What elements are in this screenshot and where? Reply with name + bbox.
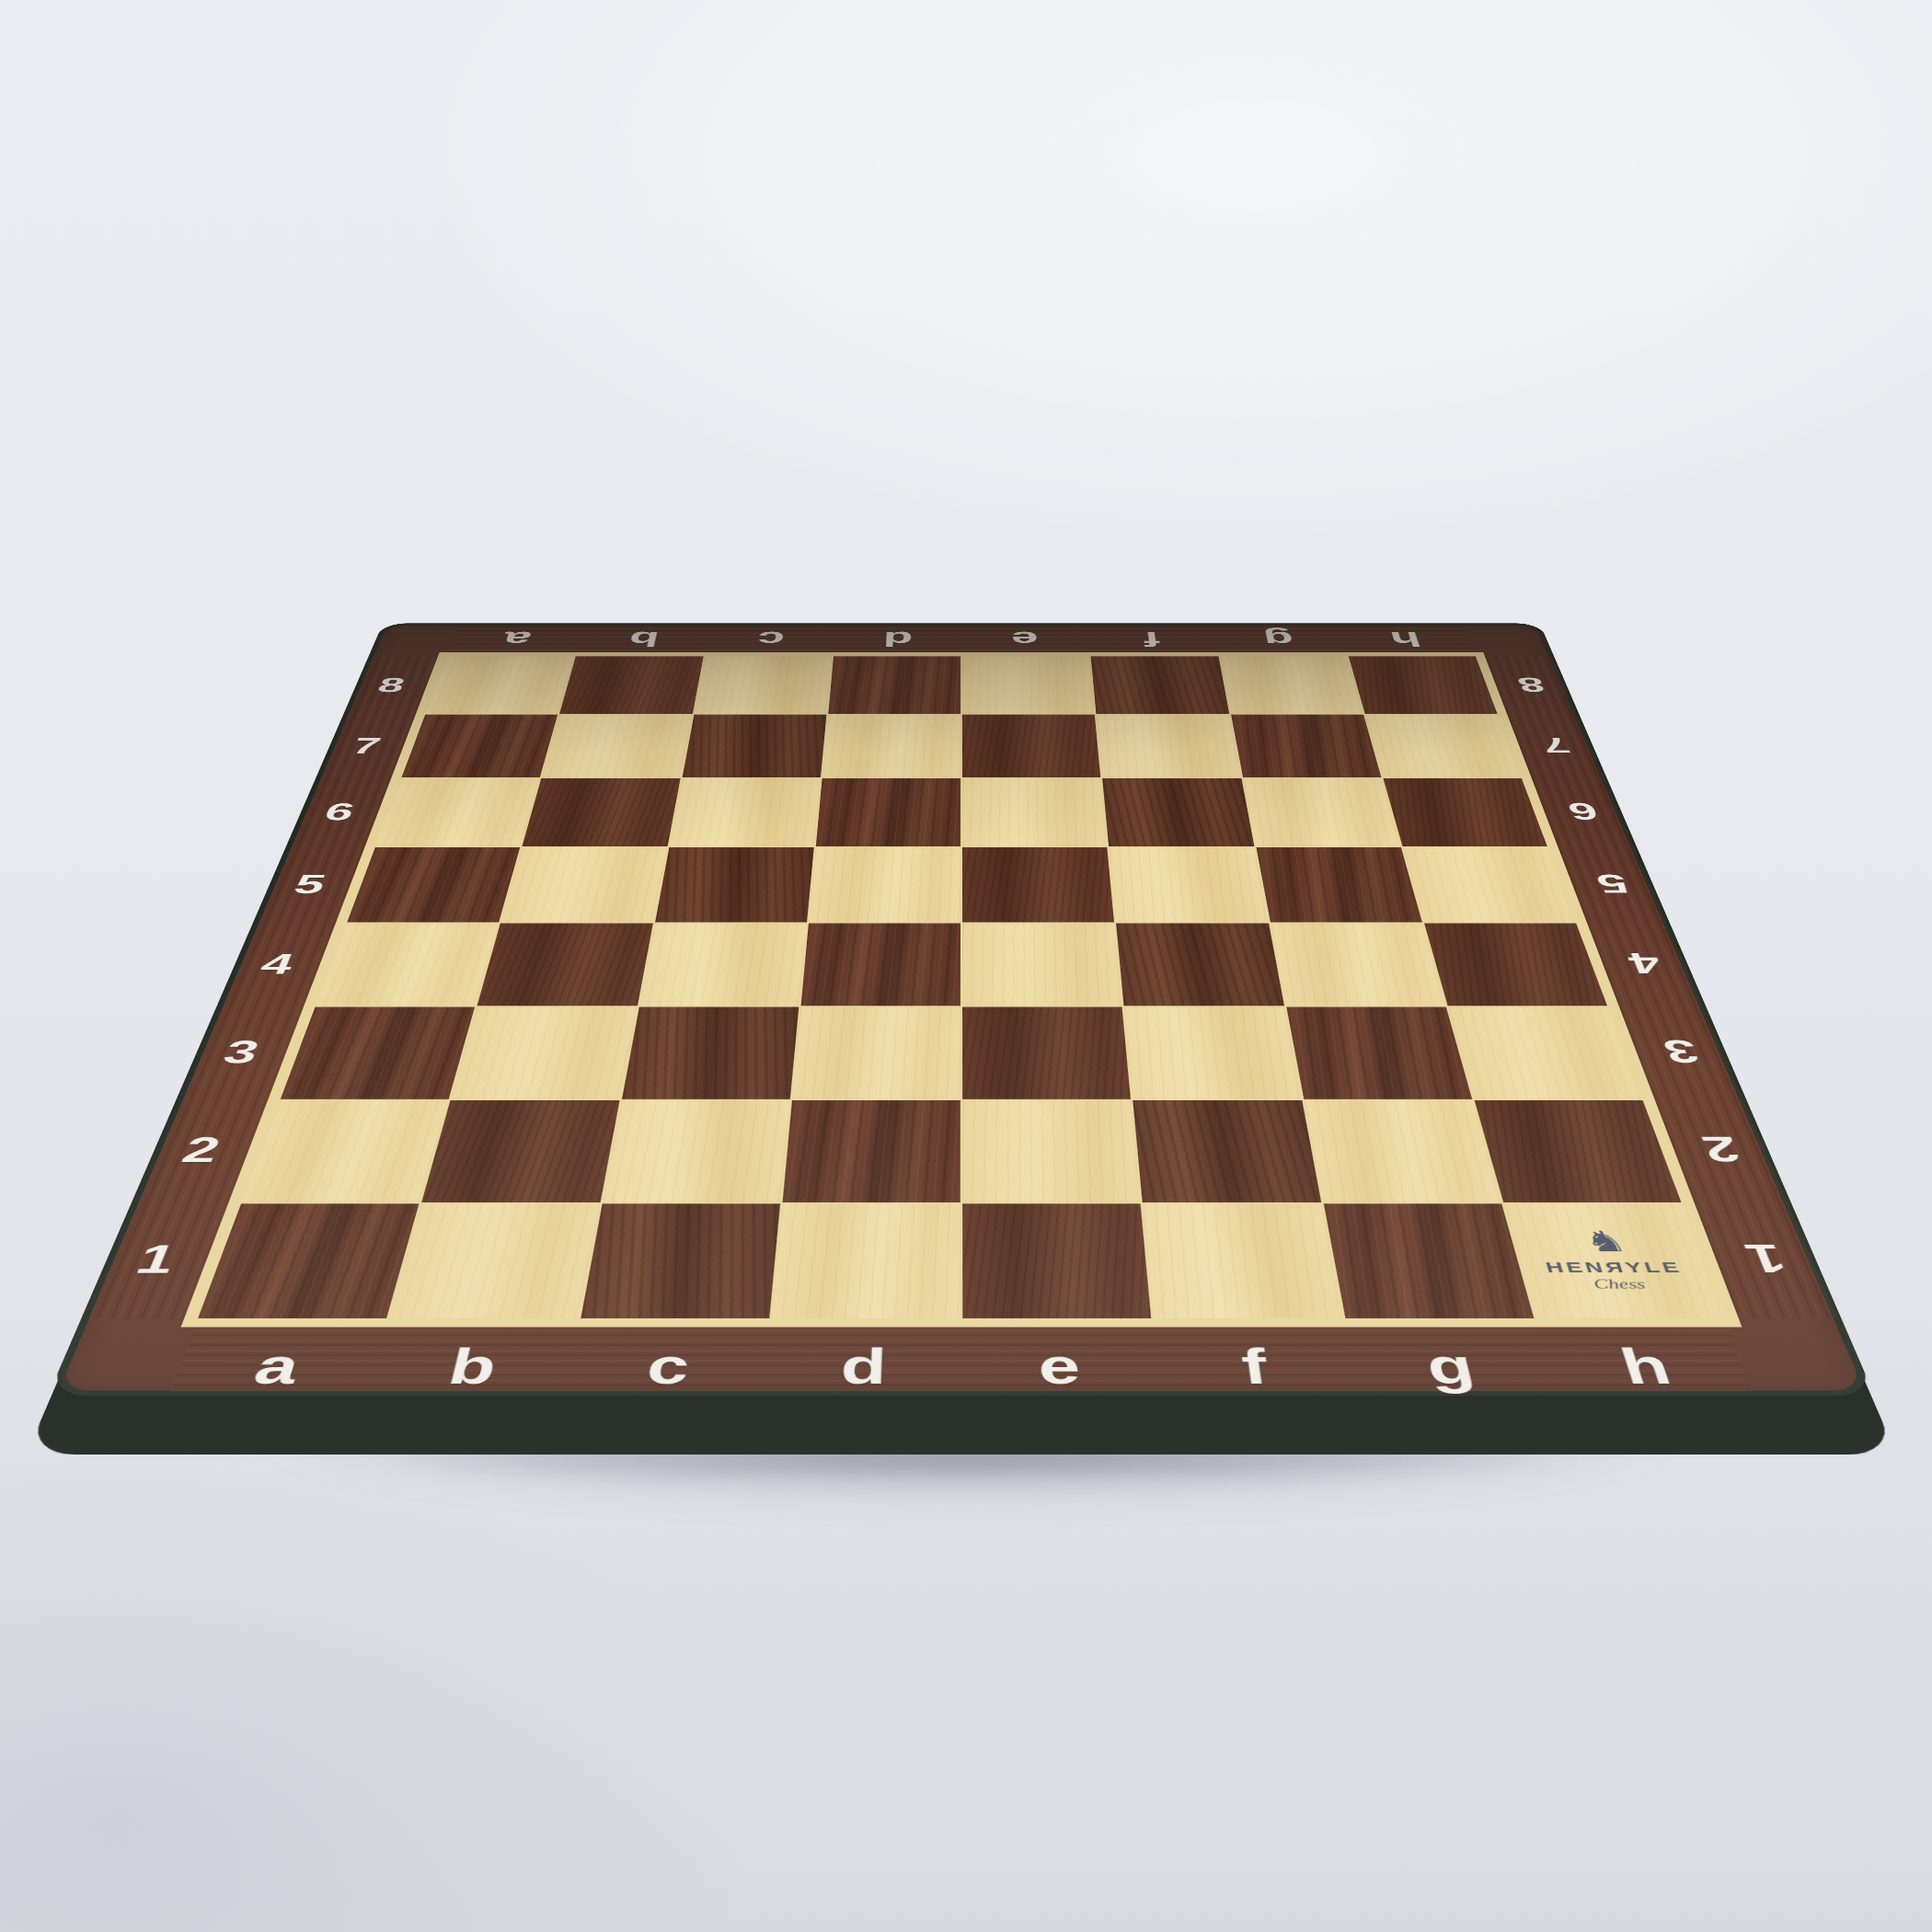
square-f4 xyxy=(1116,924,1283,1006)
square-h2 xyxy=(1474,1100,1681,1202)
file-label-bottom-g: g xyxy=(1345,1328,1557,1397)
square-b8 xyxy=(559,656,703,713)
square-c1 xyxy=(581,1203,780,1318)
square-c7 xyxy=(682,715,826,777)
file-label-bottom-c: c xyxy=(565,1328,769,1397)
square-a2 xyxy=(242,1100,449,1202)
square-f2 xyxy=(1133,1100,1321,1202)
square-b3 xyxy=(451,1007,637,1099)
square-c2 xyxy=(602,1100,789,1202)
rank-label-right-4: 4 xyxy=(1587,923,1706,1006)
square-c4 xyxy=(638,924,806,1006)
file-label-bottom-d: d xyxy=(764,1328,961,1397)
square-a1 xyxy=(198,1203,420,1318)
square-h5 xyxy=(1402,847,1575,923)
file-label-top-h: h xyxy=(1338,623,1474,652)
chess-board: abcdefgh abcdefgh 87654321 87654321 ♞ HE… xyxy=(48,623,1876,1396)
square-h7 xyxy=(1365,715,1522,777)
square-h6 xyxy=(1383,778,1547,846)
square-e1 xyxy=(962,1203,1151,1318)
square-d4 xyxy=(800,924,960,1006)
brand-subtitle: Chess xyxy=(1592,1276,1648,1292)
rank-label-right-1: 1 xyxy=(1694,1202,1841,1318)
square-c6 xyxy=(669,778,821,846)
square-f6 xyxy=(1102,778,1254,846)
rank-label-left-2: 2 xyxy=(132,1099,268,1202)
square-e8 xyxy=(962,656,1095,713)
square-g7 xyxy=(1231,715,1381,777)
square-a6 xyxy=(375,778,540,846)
square-c3 xyxy=(622,1007,799,1099)
square-d6 xyxy=(816,778,961,846)
brand-name: HENЯYLE xyxy=(1544,1259,1685,1275)
board-face: abcdefgh abcdefgh 87654321 87654321 ♞ HE… xyxy=(48,623,1876,1396)
square-b4 xyxy=(477,924,653,1006)
file-label-bottom-a: a xyxy=(168,1328,386,1397)
file-label-top-a: a xyxy=(449,623,585,652)
square-f8 xyxy=(1091,656,1229,713)
square-g2 xyxy=(1304,1100,1501,1202)
square-f7 xyxy=(1097,715,1241,777)
square-h4 xyxy=(1424,924,1607,1006)
file-labels-bottom: abcdefgh xyxy=(168,1328,1754,1397)
square-g5 xyxy=(1256,847,1422,923)
square-g1 xyxy=(1323,1203,1534,1318)
square-a3 xyxy=(281,1007,475,1099)
rank-label-left-1: 1 xyxy=(81,1202,228,1318)
playing-field xyxy=(181,652,1742,1327)
file-label-top-e: e xyxy=(961,623,1089,652)
square-a7 xyxy=(402,715,558,777)
square-e5 xyxy=(962,847,1114,923)
rank-labels-left: 87654321 xyxy=(81,656,438,1317)
square-e7 xyxy=(962,715,1101,777)
square-g8 xyxy=(1220,656,1363,713)
square-d2 xyxy=(782,1100,960,1202)
square-f1 xyxy=(1143,1203,1342,1318)
square-h8 xyxy=(1349,656,1498,713)
square-g6 xyxy=(1243,778,1401,846)
scene: abcdefgh abcdefgh 87654321 87654321 ♞ HE… xyxy=(0,0,1932,1932)
square-d1 xyxy=(771,1203,960,1318)
square-b2 xyxy=(422,1100,620,1202)
brand-logo: ♞ HENЯYLE Chess xyxy=(1504,1203,1725,1317)
square-g3 xyxy=(1286,1007,1472,1099)
square-a8 xyxy=(425,656,574,713)
square-f3 xyxy=(1124,1007,1302,1099)
file-label-bottom-e: e xyxy=(961,1328,1159,1397)
rank-label-left-4: 4 xyxy=(217,923,336,1006)
square-d5 xyxy=(809,847,960,923)
square-h3 xyxy=(1448,1007,1642,1099)
file-label-bottom-f: f xyxy=(1153,1328,1357,1397)
file-label-top-b: b xyxy=(577,623,710,652)
square-g4 xyxy=(1271,924,1446,1006)
square-e2 xyxy=(962,1100,1141,1202)
square-e6 xyxy=(962,778,1108,846)
knight-logo-icon: ♞ xyxy=(1580,1227,1630,1256)
square-e4 xyxy=(962,924,1122,1006)
square-b5 xyxy=(500,847,667,923)
file-label-top-d: d xyxy=(834,623,961,652)
square-e3 xyxy=(962,1007,1131,1099)
file-label-top-f: f xyxy=(1087,623,1217,652)
square-b7 xyxy=(542,715,692,777)
rank-label-right-3: 3 xyxy=(1619,1006,1746,1099)
rank-labels-right: 87654321 xyxy=(1485,656,1842,1317)
file-label-bottom-h: h xyxy=(1536,1328,1754,1397)
file-label-top-g: g xyxy=(1213,623,1346,652)
file-label-top-c: c xyxy=(705,623,835,652)
square-a5 xyxy=(347,847,520,923)
square-d8 xyxy=(828,656,960,713)
file-label-bottom-b: b xyxy=(367,1328,579,1397)
square-f5 xyxy=(1109,847,1268,923)
square-b1 xyxy=(389,1203,600,1318)
rank-label-left-3: 3 xyxy=(177,1006,304,1099)
square-d3 xyxy=(792,1007,960,1099)
square-c5 xyxy=(655,847,814,923)
square-h1 xyxy=(1503,1203,1725,1318)
square-b6 xyxy=(523,778,681,846)
rank-label-right-2: 2 xyxy=(1654,1099,1790,1202)
square-c8 xyxy=(694,656,832,713)
square-a4 xyxy=(316,924,499,1006)
file-labels-top: abcdefgh xyxy=(449,623,1475,652)
square-d7 xyxy=(822,715,961,777)
